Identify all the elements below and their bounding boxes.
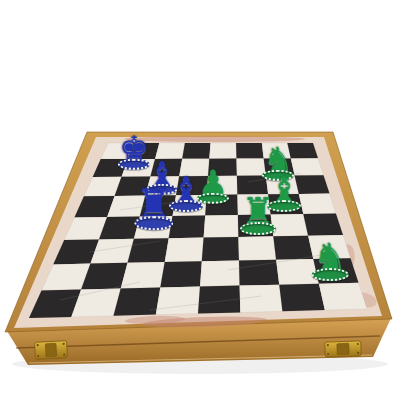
piece-blue-bishop-d5[interactable]: ♝ — [169, 174, 203, 212]
piece-base — [312, 268, 349, 281]
chessboard-photo: ♚♞♝♟♝♝♜♜♞ — [0, 0, 400, 400]
pieces-layer: ♚♞♝♟♝♝♜♜♞ — [0, 0, 400, 400]
piece-green-rook-f4[interactable]: ♜ — [240, 195, 276, 235]
piece-green-knight-h2[interactable]: ♞ — [312, 240, 349, 281]
piece-base — [240, 222, 276, 235]
piece-blue-rook-c4[interactable]: ♜ — [134, 186, 173, 230]
piece-base — [134, 216, 173, 230]
piece-base — [169, 200, 203, 212]
